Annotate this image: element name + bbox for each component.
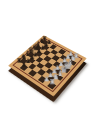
piece-white-rook: ♜ [49,79,55,86]
square-a1: ♜ [47,82,56,89]
piece-black-pawn: ♟ [21,61,27,67]
chess-board: ♜♞♝♛♚♝♞♜♟♟♟♟♟♟♟♟♟♟♟♟♟♟♟♟♜♞♝♛♚♝♞♜ [8,35,87,96]
board-frame-line: ♜♞♝♛♚♝♞♜♟♟♟♟♟♟♟♟♟♟♟♟♟♟♟♟♜♞♝♛♚♝♞♜ [12,38,82,92]
chess-set-photo: ♜♞♝♛♚♝♞♜♟♟♟♟♟♟♟♟♟♟♟♟♟♟♟♟♜♞♝♛♚♝♞♜ [0,0,100,133]
chess-box-scene: ♜♞♝♛♚♝♞♜♟♟♟♟♟♟♟♟♟♟♟♟♟♟♟♟♜♞♝♛♚♝♞♜ [20,34,76,90]
